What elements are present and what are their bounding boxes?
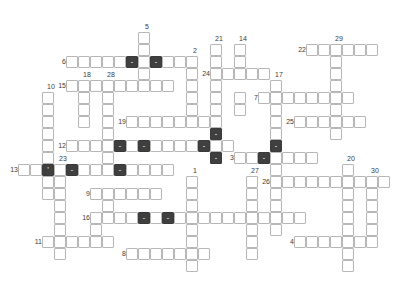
- letter-cell[interactable]: [102, 56, 114, 68]
- clue-number-22-across: 22: [286, 46, 306, 54]
- black-cell[interactable]: -: [138, 212, 150, 224]
- letter-cell[interactable]: [198, 248, 210, 260]
- clue-number-14-down: 14: [233, 35, 253, 43]
- letter-cell[interactable]: [162, 56, 174, 68]
- black-cell[interactable]: -: [66, 164, 78, 176]
- crossword-board: ---------'----22624157192512313269161148…: [0, 0, 400, 300]
- letter-cell[interactable]: [270, 128, 282, 140]
- letter-cell[interactable]: [198, 116, 210, 128]
- letter-cell[interactable]: [54, 212, 66, 224]
- letter-cell[interactable]: [258, 212, 270, 224]
- letter-cell[interactable]: [114, 80, 126, 92]
- letter-cell[interactable]: [42, 128, 54, 140]
- letter-cell[interactable]: [330, 80, 342, 92]
- letter-cell[interactable]: [90, 80, 102, 92]
- letter-cell[interactable]: [150, 116, 162, 128]
- letter-cell[interactable]: [174, 56, 186, 68]
- letter-cell[interactable]: [246, 200, 258, 212]
- letter-cell[interactable]: [270, 188, 282, 200]
- letter-cell[interactable]: [234, 68, 246, 80]
- letter-cell[interactable]: [222, 212, 234, 224]
- letter-cell[interactable]: [234, 104, 246, 116]
- letter-cell[interactable]: [78, 236, 90, 248]
- letter-cell[interactable]: [138, 32, 150, 44]
- letter-cell[interactable]: [90, 188, 102, 200]
- letter-cell[interactable]: [138, 56, 150, 68]
- letter-cell[interactable]: [294, 212, 306, 224]
- letter-cell[interactable]: [138, 164, 150, 176]
- letter-cell[interactable]: [18, 164, 30, 176]
- letter-cell[interactable]: [42, 176, 54, 188]
- letter-cell[interactable]: [90, 236, 102, 248]
- clue-number-16-across: 16: [70, 214, 90, 222]
- letter-cell[interactable]: [102, 164, 114, 176]
- letter-cell[interactable]: [102, 104, 114, 116]
- letter-cell[interactable]: [282, 92, 294, 104]
- letter-cell[interactable]: [366, 212, 378, 224]
- letter-cell[interactable]: [342, 116, 354, 128]
- letter-cell[interactable]: [102, 128, 114, 140]
- letter-cell[interactable]: [186, 104, 198, 116]
- black-cell[interactable]: -: [114, 140, 126, 152]
- letter-cell[interactable]: [102, 80, 114, 92]
- clue-number-8-across: 8: [106, 250, 126, 258]
- letter-cell[interactable]: [138, 44, 150, 56]
- letter-cell[interactable]: [186, 212, 198, 224]
- letter-cell[interactable]: [330, 44, 342, 56]
- letter-cell[interactable]: [318, 176, 330, 188]
- letter-cell[interactable]: [186, 116, 198, 128]
- letter-cell[interactable]: [354, 176, 366, 188]
- letter-cell[interactable]: [210, 56, 222, 68]
- black-cell[interactable]: -: [210, 128, 222, 140]
- letter-cell[interactable]: [318, 44, 330, 56]
- letter-cell[interactable]: [54, 200, 66, 212]
- letter-cell[interactable]: [210, 116, 222, 128]
- letter-cell[interactable]: [234, 44, 246, 56]
- letter-cell[interactable]: [54, 224, 66, 236]
- letter-cell[interactable]: [138, 116, 150, 128]
- letter-cell[interactable]: [126, 188, 138, 200]
- letter-cell[interactable]: [90, 164, 102, 176]
- letter-cell[interactable]: [162, 248, 174, 260]
- letter-cell[interactable]: [246, 248, 258, 260]
- letter-cell[interactable]: [378, 176, 390, 188]
- letter-cell[interactable]: [78, 164, 90, 176]
- letter-cell[interactable]: [294, 176, 306, 188]
- letter-cell[interactable]: [342, 248, 354, 260]
- clue-number-4-across: 4: [274, 238, 294, 246]
- letter-cell[interactable]: [330, 176, 342, 188]
- clue-number-7-across: 7: [238, 94, 258, 102]
- clue-number-29-down: 29: [329, 35, 349, 43]
- letter-cell[interactable]: [54, 176, 66, 188]
- letter-cell[interactable]: [126, 80, 138, 92]
- letter-cell[interactable]: [162, 164, 174, 176]
- letter-cell[interactable]: [78, 92, 90, 104]
- letter-cell[interactable]: [342, 188, 354, 200]
- letter-cell[interactable]: [342, 236, 354, 248]
- letter-cell[interactable]: [330, 116, 342, 128]
- letter-cell[interactable]: [90, 56, 102, 68]
- letter-cell[interactable]: [246, 212, 258, 224]
- letter-cell[interactable]: [282, 212, 294, 224]
- clue-number-26-across: 26: [250, 178, 270, 186]
- letter-cell[interactable]: [234, 56, 246, 68]
- letter-cell[interactable]: [306, 176, 318, 188]
- letter-cell[interactable]: [210, 140, 222, 152]
- clue-number-27-down: 27: [245, 167, 265, 175]
- letter-cell[interactable]: [294, 92, 306, 104]
- letter-cell[interactable]: [186, 140, 198, 152]
- letter-cell[interactable]: [138, 68, 150, 80]
- letter-cell[interactable]: [366, 188, 378, 200]
- letter-cell[interactable]: [102, 152, 114, 164]
- black-cell[interactable]: -: [150, 56, 162, 68]
- letter-cell[interactable]: [102, 200, 114, 212]
- letter-cell[interactable]: [126, 164, 138, 176]
- letter-cell[interactable]: [174, 140, 186, 152]
- letter-cell[interactable]: [306, 92, 318, 104]
- clue-number-19-across: 19: [106, 118, 126, 126]
- letter-cell[interactable]: [186, 56, 198, 68]
- letter-cell[interactable]: [78, 116, 90, 128]
- letter-cell[interactable]: [210, 104, 222, 116]
- letter-cell[interactable]: [294, 116, 306, 128]
- letter-cell[interactable]: [150, 140, 162, 152]
- letter-cell[interactable]: [66, 80, 78, 92]
- letter-cell[interactable]: [246, 224, 258, 236]
- letter-cell[interactable]: [150, 164, 162, 176]
- letter-cell[interactable]: [354, 44, 366, 56]
- letter-cell[interactable]: [270, 152, 282, 164]
- letter-cell[interactable]: [150, 188, 162, 200]
- letter-cell[interactable]: [258, 92, 270, 104]
- letter-cell[interactable]: [222, 140, 234, 152]
- letter-cell[interactable]: [30, 164, 42, 176]
- letter-cell[interactable]: [186, 80, 198, 92]
- letter-cell[interactable]: [270, 164, 282, 176]
- black-cell[interactable]: -: [138, 140, 150, 152]
- letter-cell[interactable]: [318, 92, 330, 104]
- letter-cell[interactable]: [342, 212, 354, 224]
- letter-cell[interactable]: [270, 80, 282, 92]
- letter-cell[interactable]: [186, 92, 198, 104]
- black-cell[interactable]: -: [114, 164, 126, 176]
- letter-cell[interactable]: [366, 44, 378, 56]
- black-cell[interactable]: -: [258, 152, 270, 164]
- letter-cell[interactable]: [102, 140, 114, 152]
- letter-cell[interactable]: [210, 212, 222, 224]
- letter-cell[interactable]: [66, 140, 78, 152]
- letter-cell[interactable]: [210, 68, 222, 80]
- clue-number-23-down: 23: [53, 155, 73, 163]
- letter-cell[interactable]: [270, 224, 282, 236]
- letter-cell[interactable]: [342, 164, 354, 176]
- letter-cell[interactable]: [186, 188, 198, 200]
- letter-cell[interactable]: [342, 200, 354, 212]
- letter-cell[interactable]: [342, 176, 354, 188]
- letter-cell[interactable]: [186, 236, 198, 248]
- letter-cell[interactable]: [210, 80, 222, 92]
- letter-cell[interactable]: [186, 260, 198, 272]
- letter-cell[interactable]: [42, 188, 54, 200]
- clue-number-28-down: 28: [101, 71, 121, 79]
- letter-cell[interactable]: [330, 56, 342, 68]
- letter-cell[interactable]: [270, 104, 282, 116]
- clue-number-10-down: 10: [41, 83, 61, 91]
- letter-cell[interactable]: [330, 128, 342, 140]
- letter-cell[interactable]: [210, 44, 222, 56]
- letter-cell[interactable]: [354, 236, 366, 248]
- letter-cell[interactable]: [150, 248, 162, 260]
- letter-cell[interactable]: [138, 248, 150, 260]
- letter-cell[interactable]: [150, 80, 162, 92]
- letter-cell[interactable]: [234, 152, 246, 164]
- letter-cell[interactable]: [138, 188, 150, 200]
- letter-cell[interactable]: [246, 68, 258, 80]
- letter-cell[interactable]: [342, 92, 354, 104]
- letter-cell[interactable]: [330, 104, 342, 116]
- clue-number-13-across: 13: [0, 166, 18, 174]
- letter-cell[interactable]: [90, 224, 102, 236]
- clue-number-5-down: 5: [137, 23, 157, 31]
- letter-cell[interactable]: [174, 116, 186, 128]
- letter-cell[interactable]: [306, 152, 318, 164]
- letter-cell[interactable]: [366, 176, 378, 188]
- clue-number-1-down: 1: [185, 167, 205, 175]
- letter-cell[interactable]: [66, 236, 78, 248]
- letter-cell[interactable]: [330, 68, 342, 80]
- letter-cell[interactable]: [138, 80, 150, 92]
- letter-cell[interactable]: [150, 212, 162, 224]
- letter-cell[interactable]: [318, 116, 330, 128]
- letter-cell[interactable]: [90, 140, 102, 152]
- letter-cell[interactable]: [306, 44, 318, 56]
- letter-cell[interactable]: [186, 248, 198, 260]
- clue-number-6-across: 6: [46, 58, 66, 66]
- clue-number-18-down: 18: [77, 71, 97, 79]
- letter-cell[interactable]: [270, 92, 282, 104]
- letter-cell[interactable]: [270, 212, 282, 224]
- letter-cell[interactable]: [102, 188, 114, 200]
- letter-cell[interactable]: [186, 176, 198, 188]
- letter-cell[interactable]: [246, 188, 258, 200]
- letter-cell[interactable]: [270, 200, 282, 212]
- clue-number-24-across: 24: [190, 70, 210, 78]
- letter-cell[interactable]: [282, 152, 294, 164]
- letter-cell[interactable]: [90, 212, 102, 224]
- black-cell[interactable]: -: [162, 212, 174, 224]
- letter-cell[interactable]: [42, 116, 54, 128]
- black-cell[interactable]: ': [42, 164, 54, 176]
- letter-cell[interactable]: [114, 56, 126, 68]
- clue-number-25-across: 25: [274, 118, 294, 126]
- letter-cell[interactable]: [102, 236, 114, 248]
- letter-cell[interactable]: [318, 236, 330, 248]
- letter-cell[interactable]: [54, 248, 66, 260]
- letter-cell[interactable]: [54, 236, 66, 248]
- letter-cell[interactable]: [42, 92, 54, 104]
- letter-cell[interactable]: [162, 80, 174, 92]
- letter-cell[interactable]: [366, 224, 378, 236]
- letter-cell[interactable]: [246, 236, 258, 248]
- letter-cell[interactable]: [342, 44, 354, 56]
- letter-cell[interactable]: [66, 56, 78, 68]
- letter-cell[interactable]: [306, 236, 318, 248]
- letter-cell[interactable]: [126, 248, 138, 260]
- letter-cell[interactable]: [126, 140, 138, 152]
- letter-cell[interactable]: [306, 116, 318, 128]
- clue-number-3-across: 3: [214, 154, 234, 162]
- letter-cell[interactable]: [114, 212, 126, 224]
- letter-cell[interactable]: [210, 92, 222, 104]
- letter-cell[interactable]: [222, 68, 234, 80]
- letter-cell[interactable]: [186, 224, 198, 236]
- letter-cell[interactable]: [78, 104, 90, 116]
- letter-cell[interactable]: [366, 200, 378, 212]
- letter-cell[interactable]: [114, 188, 126, 200]
- letter-cell[interactable]: [330, 92, 342, 104]
- letter-cell[interactable]: [282, 176, 294, 188]
- clue-number-30-down: 30: [365, 167, 385, 175]
- letter-cell[interactable]: [126, 212, 138, 224]
- letter-cell[interactable]: [102, 212, 114, 224]
- black-cell[interactable]: -: [198, 140, 210, 152]
- clue-number-17-down: 17: [269, 71, 289, 79]
- letter-cell[interactable]: [174, 212, 186, 224]
- letter-cell[interactable]: [54, 164, 66, 176]
- letter-cell[interactable]: [354, 116, 366, 128]
- letter-cell[interactable]: [162, 140, 174, 152]
- clue-number-11-across: 11: [22, 238, 42, 246]
- clue-number-12-across: 12: [46, 142, 66, 150]
- letter-cell[interactable]: [54, 188, 66, 200]
- letter-cell[interactable]: [78, 56, 90, 68]
- letter-cell[interactable]: [294, 236, 306, 248]
- letter-cell[interactable]: [342, 224, 354, 236]
- clue-number-2-down: 2: [185, 47, 205, 55]
- letter-cell[interactable]: [102, 92, 114, 104]
- letter-cell[interactable]: [174, 248, 186, 260]
- letter-cell[interactable]: [186, 200, 198, 212]
- letter-cell[interactable]: [126, 116, 138, 128]
- clue-number-9-across: 9: [70, 190, 90, 198]
- letter-cell[interactable]: [270, 176, 282, 188]
- letter-cell[interactable]: [42, 236, 54, 248]
- letter-cell[interactable]: [366, 236, 378, 248]
- letter-cell[interactable]: [198, 212, 210, 224]
- letter-cell[interactable]: [330, 236, 342, 248]
- letter-cell[interactable]: [78, 140, 90, 152]
- letter-cell[interactable]: [342, 260, 354, 272]
- letter-cell[interactable]: [234, 212, 246, 224]
- black-cell[interactable]: -: [270, 140, 282, 152]
- letter-cell[interactable]: [246, 152, 258, 164]
- clue-number-20-down: 20: [341, 155, 361, 163]
- letter-cell[interactable]: [162, 116, 174, 128]
- clue-number-21-down: 21: [209, 35, 229, 43]
- letter-cell[interactable]: [294, 152, 306, 164]
- letter-cell[interactable]: [42, 104, 54, 116]
- black-cell[interactable]: -: [126, 56, 138, 68]
- letter-cell[interactable]: [78, 80, 90, 92]
